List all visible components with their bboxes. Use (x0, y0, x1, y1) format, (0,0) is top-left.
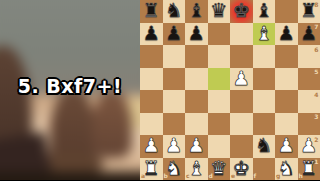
square-a3[interactable] (140, 113, 163, 136)
video-frame: 5. Bxf7+! ♜♞♝♛♚♝8♜♟♟♟♝♟7♟6♟543♟♟♟♞♟2♟a♜b… (0, 0, 320, 180)
square-c1[interactable]: c♝ (185, 158, 208, 181)
square-h8[interactable]: 8♜ (298, 0, 320, 23)
square-d1[interactable]: d♛ (208, 158, 231, 181)
square-c5[interactable] (185, 68, 208, 91)
file-label-f: f (254, 173, 257, 179)
square-g4[interactable] (275, 90, 298, 113)
square-d6[interactable] (208, 45, 231, 68)
move-annotation: 5. Bxf7+! (0, 72, 140, 100)
square-b8[interactable]: ♞ (163, 0, 186, 23)
square-f3[interactable] (253, 113, 276, 136)
square-e4[interactable] (230, 90, 253, 113)
square-e8[interactable]: ♚ (230, 0, 253, 23)
blurred-chess-pawn (92, 90, 132, 158)
blurred-video-left-panel: 5. Bxf7+! (0, 0, 140, 180)
black-knight-f2[interactable]: ♞ (253, 135, 276, 158)
square-g5[interactable] (275, 68, 298, 91)
black-pawn-b7[interactable]: ♟ (163, 23, 186, 46)
square-c2[interactable]: ♟ (185, 135, 208, 158)
square-c4[interactable] (185, 90, 208, 113)
white-pawn-h2[interactable]: ♟ (298, 135, 320, 158)
square-a8[interactable]: ♜ (140, 0, 163, 23)
square-d3[interactable] (208, 113, 231, 136)
rank-label-3: 3 (314, 114, 318, 120)
square-f8[interactable]: ♝ (253, 0, 276, 23)
square-c6[interactable] (185, 45, 208, 68)
square-c8[interactable]: ♝ (185, 0, 208, 23)
white-pawn-a2[interactable]: ♟ (140, 135, 163, 158)
white-king-e1[interactable]: ♚ (230, 158, 253, 181)
black-bishop-c8[interactable]: ♝ (185, 0, 208, 23)
black-pawn-g7[interactable]: ♟ (275, 23, 298, 46)
square-d7[interactable] (208, 23, 231, 46)
square-b2[interactable]: ♟ (163, 135, 186, 158)
square-g3[interactable] (275, 113, 298, 136)
square-f2[interactable]: ♞ (253, 135, 276, 158)
white-bishop-f7[interactable]: ♝ (253, 23, 276, 46)
white-queen-d1[interactable]: ♛ (208, 158, 231, 181)
square-e2[interactable] (230, 135, 253, 158)
square-d8[interactable]: ♛ (208, 0, 231, 23)
square-b7[interactable]: ♟ (163, 23, 186, 46)
white-knight-g1[interactable]: ♞ (275, 158, 298, 181)
square-a7[interactable]: ♟ (140, 23, 163, 46)
square-h2[interactable]: 2♟ (298, 135, 320, 158)
square-f1[interactable]: f (253, 158, 276, 181)
square-a1[interactable]: a♜ (140, 158, 163, 181)
white-bishop-c1[interactable]: ♝ (185, 158, 208, 181)
white-rook-a1[interactable]: ♜ (140, 158, 163, 181)
black-pawn-a7[interactable]: ♟ (140, 23, 163, 46)
square-g1[interactable]: g♞ (275, 158, 298, 181)
square-b5[interactable] (163, 68, 186, 91)
square-e3[interactable] (230, 113, 253, 136)
square-c7[interactable]: ♟ (185, 23, 208, 46)
square-b1[interactable]: b♞ (163, 158, 186, 181)
chess-board[interactable]: ♜♞♝♛♚♝8♜♟♟♟♝♟7♟6♟543♟♟♟♞♟2♟a♜b♞c♝d♛e♚fg♞… (140, 0, 320, 180)
black-queen-d8[interactable]: ♛ (208, 0, 231, 23)
square-d2[interactable] (208, 135, 231, 158)
white-pawn-b2[interactable]: ♟ (163, 135, 186, 158)
square-e6[interactable] (230, 45, 253, 68)
white-pawn-e5[interactable]: ♟ (230, 68, 253, 91)
square-g8[interactable] (275, 0, 298, 23)
square-g2[interactable]: ♟ (275, 135, 298, 158)
square-e7[interactable] (230, 23, 253, 46)
white-pawn-g2[interactable]: ♟ (275, 135, 298, 158)
white-knight-b1[interactable]: ♞ (163, 158, 186, 181)
square-b4[interactable] (163, 90, 186, 113)
blurred-shadow (0, 172, 140, 180)
square-e1[interactable]: e♚ (230, 158, 253, 181)
black-rook-a8[interactable]: ♜ (140, 0, 163, 23)
square-d5[interactable] (208, 68, 231, 91)
white-pawn-c2[interactable]: ♟ (185, 135, 208, 158)
rank-label-5: 5 (314, 69, 318, 75)
square-a4[interactable] (140, 90, 163, 113)
square-a2[interactable]: ♟ (140, 135, 163, 158)
square-b3[interactable] (163, 113, 186, 136)
black-king-e8[interactable]: ♚ (230, 0, 253, 23)
black-pawn-c7[interactable]: ♟ (185, 23, 208, 46)
square-h7[interactable]: 7♟ (298, 23, 320, 46)
square-f4[interactable] (253, 90, 276, 113)
black-pawn-h7[interactable]: ♟ (298, 23, 320, 46)
square-f5[interactable] (253, 68, 276, 91)
white-rook-h1[interactable]: ♜ (298, 158, 320, 181)
square-h4[interactable]: 4 (298, 90, 320, 113)
rank-label-6: 6 (314, 47, 318, 53)
square-g7[interactable]: ♟ (275, 23, 298, 46)
square-f6[interactable] (253, 45, 276, 68)
square-c3[interactable] (185, 113, 208, 136)
square-a6[interactable] (140, 45, 163, 68)
square-e5[interactable]: ♟ (230, 68, 253, 91)
square-b6[interactable] (163, 45, 186, 68)
black-knight-b8[interactable]: ♞ (163, 0, 186, 23)
square-h6[interactable]: 6 (298, 45, 320, 68)
black-bishop-f8[interactable]: ♝ (253, 0, 276, 23)
square-f7[interactable]: ♝ (253, 23, 276, 46)
rank-label-4: 4 (314, 92, 318, 98)
square-h1[interactable]: h1♜ (298, 158, 320, 181)
square-d4[interactable] (208, 90, 231, 113)
square-h3[interactable]: 3 (298, 113, 320, 136)
square-g6[interactable] (275, 45, 298, 68)
black-rook-h8[interactable]: ♜ (298, 0, 320, 23)
square-a5[interactable] (140, 68, 163, 91)
square-h5[interactable]: 5 (298, 68, 320, 91)
